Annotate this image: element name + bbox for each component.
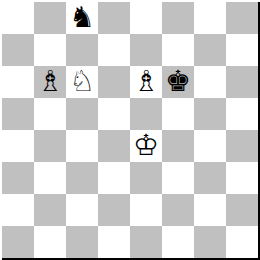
- square-a3: [2, 162, 34, 194]
- square-f2: [162, 194, 194, 226]
- square-f3: [162, 162, 194, 194]
- square-b7: [34, 34, 66, 66]
- square-f6: ♚: [162, 66, 194, 98]
- square-b2: [34, 194, 66, 226]
- square-h3: [226, 162, 258, 194]
- square-d5: [98, 98, 130, 130]
- square-a1: [2, 226, 34, 258]
- square-a8: [2, 2, 34, 34]
- square-f4: [162, 130, 194, 162]
- square-h6: [226, 66, 258, 98]
- square-c4: [66, 130, 98, 162]
- square-c2: [66, 194, 98, 226]
- square-e8: [130, 2, 162, 34]
- square-c1: [66, 226, 98, 258]
- square-c7: [66, 34, 98, 66]
- square-h2: [226, 194, 258, 226]
- chess-diagram: ♞♗♘♗♚♔: [0, 0, 260, 260]
- square-e7: [130, 34, 162, 66]
- chess-board: ♞♗♘♗♚♔: [2, 2, 260, 260]
- square-b3: [34, 162, 66, 194]
- square-c3: [66, 162, 98, 194]
- square-a6: [2, 66, 34, 98]
- square-e2: [130, 194, 162, 226]
- square-b5: [34, 98, 66, 130]
- square-a7: [2, 34, 34, 66]
- square-f8: [162, 2, 194, 34]
- square-d8: [98, 2, 130, 34]
- square-g8: [194, 2, 226, 34]
- square-f1: [162, 226, 194, 258]
- square-d2: [98, 194, 130, 226]
- square-h7: [226, 34, 258, 66]
- white-king-piece: ♔: [133, 130, 159, 161]
- square-h1: [226, 226, 258, 258]
- square-h5: [226, 98, 258, 130]
- black-knight-piece: ♞: [69, 2, 95, 33]
- white-bishop-piece: ♗: [133, 66, 159, 97]
- square-g7: [194, 34, 226, 66]
- square-a4: [2, 130, 34, 162]
- square-g2: [194, 194, 226, 226]
- square-f7: [162, 34, 194, 66]
- square-g6: [194, 66, 226, 98]
- square-e3: [130, 162, 162, 194]
- square-d1: [98, 226, 130, 258]
- square-c6: ♘: [66, 66, 98, 98]
- square-b1: [34, 226, 66, 258]
- square-g4: [194, 130, 226, 162]
- square-b8: [34, 2, 66, 34]
- square-d4: [98, 130, 130, 162]
- square-d7: [98, 34, 130, 66]
- square-b6: ♗: [34, 66, 66, 98]
- square-e1: [130, 226, 162, 258]
- square-e6: ♗: [130, 66, 162, 98]
- square-e5: [130, 98, 162, 130]
- square-f5: [162, 98, 194, 130]
- black-king-piece: ♚: [165, 66, 191, 97]
- white-knight-piece: ♘: [69, 66, 95, 97]
- square-h8: [226, 2, 258, 34]
- square-d6: [98, 66, 130, 98]
- square-b4: [34, 130, 66, 162]
- square-h4: [226, 130, 258, 162]
- square-g3: [194, 162, 226, 194]
- square-g1: [194, 226, 226, 258]
- square-e4: ♔: [130, 130, 162, 162]
- square-a5: [2, 98, 34, 130]
- square-c5: [66, 98, 98, 130]
- square-g5: [194, 98, 226, 130]
- square-c8: ♞: [66, 2, 98, 34]
- white-bishop-piece: ♗: [37, 66, 63, 97]
- square-a2: [2, 194, 34, 226]
- square-d3: [98, 162, 130, 194]
